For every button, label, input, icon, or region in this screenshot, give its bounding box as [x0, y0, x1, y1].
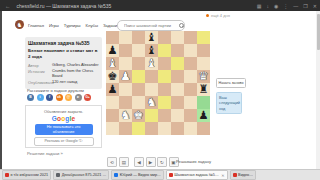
taskbar-item[interactable]: Декабрьская 875-2021 …	[53, 170, 109, 180]
square-f5[interactable]	[171, 70, 184, 83]
black-p-piece-a4[interactable]: ♟	[107, 84, 117, 96]
facebook-icon[interactable]: f	[46, 94, 53, 101]
promo-text: ещё 4 дня	[211, 13, 230, 18]
vk-icon[interactable]: B	[27, 94, 34, 101]
field-value: 120 лет назад	[52, 80, 77, 85]
promo-dot-icon	[206, 14, 209, 17]
prev-move-button[interactable]: ◀	[134, 157, 144, 167]
square-a4[interactable]: ♟	[106, 83, 119, 96]
restart-board-button[interactable]: ⟲	[107, 157, 117, 167]
board-settings-button[interactable]: ▤	[119, 157, 129, 167]
close-icon[interactable]: ✕	[313, 3, 317, 9]
taskbar-item[interactable]: Юбрий — Видео мир…	[111, 170, 164, 180]
ad-closed-text: Объявление закрыто.	[26, 109, 101, 114]
taskbar-item-icon	[169, 173, 173, 177]
square-f8[interactable]	[171, 31, 184, 44]
dont-show-ad-button[interactable]: Не показывать это объявление	[35, 124, 93, 135]
black-r-piece-h4[interactable]: ♜	[198, 84, 208, 96]
square-g7[interactable]	[184, 44, 197, 57]
window-title: chessfield.ru — Шахматная задача №535	[17, 3, 112, 9]
nav-item-клубы[interactable]: Клубы	[86, 23, 98, 28]
square-g2[interactable]	[184, 109, 197, 122]
field-label: Источник	[28, 69, 52, 79]
square-b4[interactable]	[119, 83, 132, 96]
square-c8[interactable]	[132, 31, 145, 44]
square-f1[interactable]	[171, 122, 184, 135]
ads-by-google-button[interactable]: Реклама от Google ⓘ	[34, 137, 94, 146]
close-icon[interactable]: ✕	[221, 173, 224, 178]
puzzle-card: Шахматная задача №535 Белые начинают и с…	[25, 37, 102, 89]
taskbar-item-label: Видео…	[238, 173, 253, 177]
share-icons-row: Btfok@➤G+	[27, 94, 91, 101]
black-k-piece-a5[interactable]: ♚	[107, 71, 117, 83]
square-c2[interactable]: ♚	[132, 109, 145, 122]
puzzle-field-row: АвторGilberg, Charles Alexander	[28, 63, 99, 68]
square-e6[interactable]	[158, 57, 171, 70]
square-d2[interactable]	[145, 109, 158, 122]
puzzle-title: Шахматная задача №535	[28, 40, 99, 46]
field-value: Gilberg, Charles Alexander	[52, 63, 99, 68]
field-label: Автор	[28, 63, 52, 68]
taskbar-item-icon	[5, 173, 9, 177]
square-a3[interactable]	[106, 96, 119, 109]
puzzle-field-row: ИсточникCrumbs from the Chess Board	[28, 69, 99, 79]
taskbar-item[interactable]: Шахматная задача №5…✕	[166, 170, 228, 180]
black-p-piece-h2[interactable]: ♟	[198, 110, 208, 122]
twitter-icon[interactable]: t	[37, 94, 44, 101]
profile-icon[interactable]: ◉	[274, 3, 278, 9]
square-h2[interactable]: ♟	[197, 109, 210, 122]
square-g8[interactable]	[184, 31, 197, 44]
taskbar-item[interactable]: в т/о избранном 2021	[2, 170, 51, 180]
ad-block: Объявление закрыто. Google Не показывать…	[25, 105, 102, 148]
white-n-piece-b2[interactable]: ♞	[120, 110, 130, 122]
google-logo: Google	[26, 115, 101, 122]
square-e2[interactable]	[158, 109, 171, 122]
puzzle-field-row: Опубликовано120 лет назад	[28, 80, 99, 85]
square-g4[interactable]	[184, 83, 197, 96]
share-title: Расскажите о задаче друзьям	[27, 88, 84, 93]
taskbar-item-label: Шахматная задача №5…	[174, 173, 218, 177]
black-p-piece-a7[interactable]: ♟	[107, 45, 117, 57]
square-g3[interactable]	[184, 96, 197, 109]
scrollbar-thumb[interactable]	[317, 14, 320, 50]
white-b-piece-d6[interactable]: ♝	[146, 58, 156, 70]
share-more-icon[interactable]: ➤	[75, 94, 82, 101]
taskbar-item-icon	[114, 173, 118, 177]
square-g5[interactable]	[184, 70, 197, 83]
square-h7[interactable]	[197, 44, 210, 57]
square-e1[interactable]	[158, 122, 171, 135]
googleplus-icon[interactable]: G+	[84, 94, 91, 101]
browser-titlebar: ← chessfield.ru — Шахматная задача №535 …	[0, 0, 320, 11]
square-f4[interactable]	[171, 83, 184, 96]
search-icon[interactable]	[179, 23, 184, 28]
odnoklassniki-icon[interactable]: ok	[56, 94, 63, 101]
square-e3[interactable]	[158, 96, 171, 109]
white-k-piece-c2[interactable]: ♚	[133, 110, 143, 122]
square-e5[interactable]	[158, 70, 171, 83]
square-e8[interactable]	[158, 31, 171, 44]
square-d5[interactable]	[145, 70, 158, 83]
mailru-icon[interactable]: @	[65, 94, 72, 101]
titlebar-right: ▦ ↓ ◉ ⋮ — ❐ ✕	[257, 0, 317, 11]
square-h1[interactable]	[197, 122, 210, 135]
taskbar-item-icon	[233, 173, 237, 177]
square-b5[interactable]: ♟	[119, 70, 132, 83]
taskbar-item-icon	[56, 173, 60, 177]
field-value: Crumbs from the Chess Board	[52, 69, 99, 79]
promo-note: ещё 4 дня	[206, 13, 230, 18]
back-icon[interactable]: ←	[5, 3, 11, 9]
taskbar: в т/о избранном 2021Декабрьская 875-2021…	[0, 169, 320, 180]
board-controls-center: ◀▶↻▣	[134, 157, 179, 167]
square-f3[interactable]	[171, 96, 184, 109]
solved-label: Решавших задачу	[176, 159, 211, 164]
square-d6[interactable]: ♝	[145, 57, 158, 70]
nav-item-задачи[interactable]: Задачи	[103, 23, 117, 28]
window-left-edge	[0, 11, 2, 169]
nav-item-турниры[interactable]: Турниры	[64, 23, 81, 28]
google-letter: e	[71, 115, 75, 122]
square-b7[interactable]	[119, 44, 132, 57]
field-label: Опубликовано	[28, 80, 52, 85]
white-p-piece-b5[interactable]: ♟	[120, 71, 130, 83]
taskbar-item-label: Декабрьская 875-2021 …	[62, 173, 107, 177]
square-c7[interactable]	[132, 44, 145, 57]
search-input[interactable]	[122, 22, 178, 29]
square-a1[interactable]	[106, 122, 119, 135]
square-b8[interactable]	[119, 31, 132, 44]
square-e7[interactable]	[158, 44, 171, 57]
square-f6[interactable]	[171, 57, 184, 70]
square-e4[interactable]	[158, 83, 171, 96]
square-h8[interactable]	[197, 31, 210, 44]
square-g6[interactable]	[184, 57, 197, 70]
restart-button[interactable]: Начать заново	[216, 78, 246, 88]
square-c5[interactable]	[132, 70, 145, 83]
solution-link[interactable]: Решение задачи »	[27, 151, 63, 156]
screen: ← chessfield.ru — Шахматная задача №535 …	[0, 0, 320, 180]
site-logo-icon[interactable]: ♞	[15, 20, 24, 29]
puzzle-task: Белые начинают и ставят мат в 2 хода	[28, 48, 99, 59]
white-n-piece-d3[interactable]: ♞	[146, 97, 156, 109]
download-icon[interactable]: ↓	[266, 3, 269, 9]
square-b2[interactable]: ♞	[119, 109, 132, 122]
square-g1[interactable]	[184, 122, 197, 135]
square-c4[interactable]	[132, 83, 145, 96]
maximize-icon[interactable]: ❐	[303, 3, 307, 9]
square-a2[interactable]	[106, 109, 119, 122]
nav-item-главная[interactable]: Главная	[28, 23, 44, 28]
white-q-piece-h5[interactable]: ♛	[198, 71, 208, 83]
hint-box: Вашследующийход	[216, 92, 242, 114]
square-c6[interactable]	[132, 57, 145, 70]
square-f7[interactable]	[171, 44, 184, 57]
taskbar-item[interactable]: Видео…	[230, 170, 256, 180]
square-h4[interactable]: ♜	[197, 83, 210, 96]
menu-icon[interactable]: ⋮	[283, 3, 288, 9]
apps-icon[interactable]: ▦	[257, 3, 262, 9]
white-b-piece-a6[interactable]: ♝	[107, 58, 117, 70]
next-move-button[interactable]: ▶	[146, 157, 156, 167]
square-d3[interactable]: ♞	[145, 96, 158, 109]
square-d1[interactable]	[145, 122, 158, 135]
refresh-button[interactable]: ↻	[157, 157, 167, 167]
main-nav: ГлавнаяИгрыТурнирыКлубыЗадачи	[28, 23, 117, 28]
chess-board: ♝♟♝♝♝♚♟♛♟♜♞♞♚♟	[106, 31, 210, 135]
square-b1[interactable]	[119, 122, 132, 135]
nav-item-игры[interactable]: Игры	[49, 23, 59, 28]
hint-line: ход	[219, 106, 239, 111]
square-c1[interactable]	[132, 122, 145, 135]
taskbar-item-label: Юбрий — Видео мир…	[120, 173, 161, 177]
black-b-piece-d7[interactable]: ♝	[146, 45, 156, 57]
board-controls-left: ⟲▤	[107, 157, 129, 167]
minimize-icon[interactable]: —	[293, 3, 298, 9]
black-b-piece-d8[interactable]: ♝	[146, 32, 156, 44]
puzzle-fields: АвторGilberg, Charles AlexanderИсточникC…	[28, 63, 99, 86]
square-f2[interactable]	[171, 109, 184, 122]
taskbar-item-label: в т/о избранном 2021	[11, 173, 49, 177]
